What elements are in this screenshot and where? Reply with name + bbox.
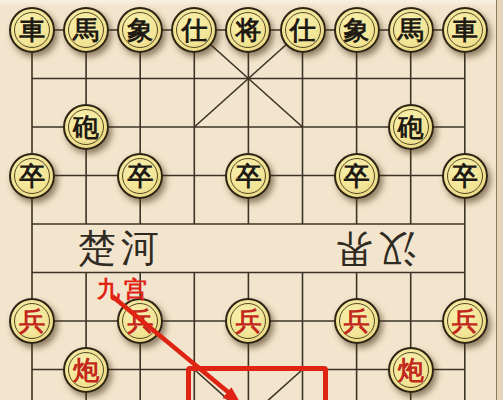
palace-annotation-label: 九宫 xyxy=(97,274,151,305)
piece-glyph: 将 xyxy=(235,17,261,43)
piece-glyph: 卒 xyxy=(452,163,478,189)
piece-glyph: 卒 xyxy=(127,163,153,189)
palace-highlight-rect xyxy=(186,366,328,400)
piece-black-soldier[interactable]: 卒 xyxy=(9,153,55,199)
piece-black-soldier[interactable]: 卒 xyxy=(334,153,380,199)
piece-red-cannon[interactable]: 炮 xyxy=(388,347,434,393)
piece-glyph: 兵 xyxy=(127,308,153,334)
piece-glyph: 炮 xyxy=(73,357,99,383)
piece-glyph: 仕 xyxy=(290,17,316,43)
piece-glyph: 象 xyxy=(344,17,370,43)
piece-glyph: 卒 xyxy=(235,163,261,189)
piece-glyph: 車 xyxy=(19,17,45,43)
piece-red-soldier[interactable]: 兵 xyxy=(334,298,380,344)
piece-black-horse[interactable]: 馬 xyxy=(63,7,109,53)
piece-red-cannon[interactable]: 炮 xyxy=(63,347,109,393)
piece-black-chariot[interactable]: 車 xyxy=(442,7,488,53)
piece-glyph: 車 xyxy=(452,17,478,43)
piece-black-advisor[interactable]: 仕 xyxy=(280,7,326,53)
piece-glyph: 馬 xyxy=(398,17,424,43)
piece-glyph: 砲 xyxy=(398,114,424,140)
piece-glyph: 兵 xyxy=(235,308,261,334)
piece-glyph: 砲 xyxy=(73,114,99,140)
piece-glyph: 象 xyxy=(127,17,153,43)
piece-black-horse[interactable]: 馬 xyxy=(388,7,434,53)
piece-glyph: 卒 xyxy=(19,163,45,189)
board-right-edge xyxy=(496,0,503,400)
piece-black-cannon[interactable]: 砲 xyxy=(63,104,109,150)
piece-black-cannon[interactable]: 砲 xyxy=(388,104,434,150)
piece-black-soldier[interactable]: 卒 xyxy=(225,153,271,199)
river-label-han-jie: 汉界 xyxy=(330,223,416,274)
piece-black-soldier[interactable]: 卒 xyxy=(442,153,488,199)
piece-black-elephant[interactable]: 象 xyxy=(117,7,163,53)
piece-glyph: 兵 xyxy=(452,308,478,334)
piece-red-soldier[interactable]: 兵 xyxy=(117,298,163,344)
piece-black-elephant[interactable]: 象 xyxy=(334,7,380,53)
river-label-chu-he: 楚河 xyxy=(78,223,164,274)
piece-black-chariot[interactable]: 車 xyxy=(9,7,55,53)
piece-glyph: 仕 xyxy=(181,17,207,43)
piece-glyph: 卒 xyxy=(344,163,370,189)
piece-glyph: 兵 xyxy=(344,308,370,334)
piece-red-soldier[interactable]: 兵 xyxy=(9,298,55,344)
piece-red-soldier[interactable]: 兵 xyxy=(442,298,488,344)
piece-glyph: 炮 xyxy=(398,357,424,383)
piece-black-advisor[interactable]: 仕 xyxy=(171,7,217,53)
piece-black-soldier[interactable]: 卒 xyxy=(117,153,163,199)
piece-glyph: 馬 xyxy=(73,17,99,43)
xiangqi-board[interactable]: 楚河 汉界 車馬象仕将仕象馬車砲砲卒卒卒卒卒兵兵兵兵兵炮炮 九宫 xyxy=(0,0,503,400)
piece-glyph: 兵 xyxy=(19,308,45,334)
